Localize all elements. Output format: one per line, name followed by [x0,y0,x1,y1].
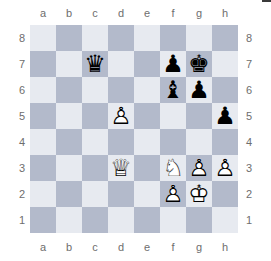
square-f8[interactable] [160,25,186,51]
square-g5[interactable] [186,103,212,129]
rank-label-6: 6 [0,77,30,103]
square-d1[interactable] [108,207,134,233]
file-label-d: d [108,233,134,261]
piece-white-pawn[interactable]: ♙ [186,155,212,181]
square-h3[interactable]: ♟♙ [212,155,238,181]
piece-fill-white-pawn: ♟ [186,155,212,181]
piece-black-pawn[interactable]: ♟ [212,103,238,129]
square-h5[interactable]: ♟ [212,103,238,129]
square-f3[interactable]: ♞♘ [160,155,186,181]
piece-fill-white-knight: ♞ [160,155,186,181]
piece-white-pawn[interactable]: ♙ [212,155,238,181]
rank-label-7: 7 [0,51,30,77]
square-h4[interactable] [212,129,238,155]
rank-label-1: 1 [238,207,271,233]
square-a3[interactable] [30,155,56,181]
square-h8[interactable] [212,25,238,51]
piece-white-queen[interactable]: ♕ [108,155,134,181]
piece-black-pawn[interactable]: ♟ [160,51,186,77]
square-e6[interactable] [134,77,160,103]
rank-label-4: 4 [0,129,30,155]
square-a8[interactable] [30,25,56,51]
square-b3[interactable] [56,155,82,181]
file-label-a: a [30,0,56,25]
piece-fill-white-king: ♚ [186,181,212,207]
square-f7[interactable]: ♟ [160,51,186,77]
piece-white-king[interactable]: ♔ [186,181,212,207]
rank-label-3: 3 [238,155,271,181]
rank-label-2: 2 [238,181,271,207]
square-b8[interactable] [56,25,82,51]
rank-label-7: 7 [238,51,271,77]
square-b5[interactable] [56,103,82,129]
square-d2[interactable] [108,181,134,207]
square-g3[interactable]: ♟♙ [186,155,212,181]
square-a2[interactable] [30,181,56,207]
square-e3[interactable] [134,155,160,181]
square-b2[interactable] [56,181,82,207]
piece-white-pawn[interactable]: ♙ [108,103,134,129]
piece-white-knight[interactable]: ♘ [160,155,186,181]
rank-label-8: 8 [238,25,271,51]
square-g7[interactable]: ♚ [186,51,212,77]
square-c6[interactable] [82,77,108,103]
square-d5[interactable]: ♟♙ [108,103,134,129]
square-b1[interactable] [56,207,82,233]
file-labels-bottom: abcdefgh [30,233,238,261]
piece-black-pawn[interactable]: ♟ [186,77,212,103]
square-e1[interactable] [134,207,160,233]
rank-label-4: 4 [238,129,271,155]
square-d7[interactable] [108,51,134,77]
chess-diagram: abcdefgh 87654321 ♛♟♚♝♟♟♙♟♛♕♞♘♟♙♟♙♟♙♚♔ 8… [0,0,271,261]
file-label-a: a [30,233,56,261]
file-label-c: c [82,0,108,25]
square-f6[interactable]: ♝ [160,77,186,103]
square-h1[interactable] [212,207,238,233]
square-g8[interactable] [186,25,212,51]
file-label-h: h [212,233,238,261]
square-f1[interactable] [160,207,186,233]
rank-label-8: 8 [0,25,30,51]
rank-label-2: 2 [0,181,30,207]
square-d6[interactable] [108,77,134,103]
square-f5[interactable] [160,103,186,129]
screen-edge-artifact [262,0,271,2]
square-h6[interactable] [212,77,238,103]
square-e4[interactable] [134,129,160,155]
square-c5[interactable] [82,103,108,129]
square-h2[interactable] [212,181,238,207]
square-c8[interactable] [82,25,108,51]
piece-fill-white-queen: ♛ [108,155,134,181]
rank-label-5: 5 [238,103,271,129]
file-label-g: g [186,233,212,261]
piece-black-queen[interactable]: ♛ [82,51,108,77]
square-f2[interactable]: ♟♙ [160,181,186,207]
square-g6[interactable]: ♟ [186,77,212,103]
square-a4[interactable] [30,129,56,155]
rank-label-1: 1 [0,207,30,233]
square-b6[interactable] [56,77,82,103]
piece-fill-white-pawn: ♟ [108,103,134,129]
square-c4[interactable] [82,129,108,155]
square-d4[interactable] [108,129,134,155]
chess-board: ♛♟♚♝♟♟♙♟♛♕♞♘♟♙♟♙♟♙♚♔ [30,25,238,233]
piece-black-bishop[interactable]: ♝ [160,77,186,103]
square-d8[interactable] [108,25,134,51]
square-c7[interactable]: ♛ [82,51,108,77]
square-c1[interactable] [82,207,108,233]
square-g1[interactable] [186,207,212,233]
piece-fill-white-pawn: ♟ [212,155,238,181]
square-c2[interactable] [82,181,108,207]
file-label-e: e [134,233,160,261]
file-label-b: b [56,0,82,25]
rank-labels-right: 87654321 [238,25,271,233]
file-label-e: e [134,0,160,25]
rank-labels-left: 87654321 [0,25,30,233]
piece-white-pawn[interactable]: ♙ [160,181,186,207]
square-a6[interactable] [30,77,56,103]
file-label-h: h [212,0,238,25]
square-h7[interactable] [212,51,238,77]
square-a1[interactable] [30,207,56,233]
file-label-c: c [82,233,108,261]
square-f4[interactable] [160,129,186,155]
square-g4[interactable] [186,129,212,155]
square-a7[interactable] [30,51,56,77]
square-e7[interactable] [134,51,160,77]
file-label-b: b [56,233,82,261]
square-g2[interactable]: ♚♔ [186,181,212,207]
file-label-f: f [160,0,186,25]
square-d3[interactable]: ♛♕ [108,155,134,181]
file-label-g: g [186,0,212,25]
file-label-d: d [108,0,134,25]
square-a5[interactable] [30,103,56,129]
rank-label-3: 3 [0,155,30,181]
square-c3[interactable] [82,155,108,181]
square-b4[interactable] [56,129,82,155]
piece-black-king[interactable]: ♚ [186,51,212,77]
file-label-f: f [160,233,186,261]
piece-fill-white-pawn: ♟ [160,181,186,207]
file-labels-top: abcdefgh [30,0,238,25]
rank-label-5: 5 [0,103,30,129]
square-e8[interactable] [134,25,160,51]
square-e2[interactable] [134,181,160,207]
rank-label-6: 6 [238,77,271,103]
square-e5[interactable] [134,103,160,129]
square-b7[interactable] [56,51,82,77]
